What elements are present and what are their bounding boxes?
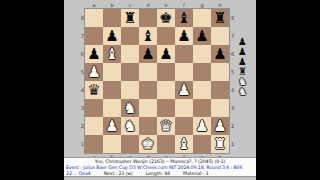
- square-e4[interactable]: [157, 81, 175, 99]
- rank-label-5: 5: [78, 63, 84, 81]
- white-knight: ♞: [123, 99, 136, 117]
- square-b5[interactable]: [103, 63, 121, 81]
- square-g1[interactable]: [193, 135, 211, 153]
- white-rook: ♜: [213, 135, 226, 153]
- square-h2[interactable]: ♟: [211, 117, 229, 135]
- square-h5[interactable]: [211, 63, 229, 81]
- square-f3[interactable]: [175, 99, 193, 117]
- file-label-h: h: [211, 2, 229, 8]
- square-e7[interactable]: [157, 27, 175, 45]
- square-d1[interactable]: ♚: [139, 135, 157, 153]
- white-pawn: ♟: [195, 117, 208, 135]
- square-f2[interactable]: [175, 117, 193, 135]
- square-c6[interactable]: [121, 45, 139, 63]
- rank-label-3: 3: [231, 99, 237, 117]
- square-b4[interactable]: [103, 81, 121, 99]
- last-move-label: 22 ... Qxa4: [66, 171, 91, 177]
- square-d7[interactable]: ♝: [139, 27, 157, 45]
- black-pawn: ♟: [177, 27, 190, 45]
- square-f1[interactable]: ♝: [175, 135, 193, 153]
- rank-label-1: 1: [78, 135, 84, 153]
- square-g3[interactable]: [193, 99, 211, 117]
- square-f6[interactable]: [175, 45, 193, 63]
- white-pawn: ♟: [177, 81, 190, 99]
- square-d6[interactable]: ♟: [139, 45, 157, 63]
- rank-label-4: 4: [78, 81, 84, 99]
- rank-label-6: 6: [78, 45, 84, 63]
- square-f5[interactable]: [175, 63, 193, 81]
- square-a4[interactable]: ♛: [85, 81, 103, 99]
- square-d5[interactable]: [139, 63, 157, 81]
- square-c5[interactable]: [121, 63, 139, 81]
- square-f7[interactable]: ♟: [175, 27, 193, 45]
- file-labels-top: abcdefgh: [85, 2, 229, 8]
- square-f8[interactable]: ♝: [175, 9, 193, 27]
- square-e6[interactable]: ♟: [157, 45, 175, 63]
- square-a1[interactable]: [85, 135, 103, 153]
- square-h4[interactable]: [211, 81, 229, 99]
- file-label-g: g: [193, 2, 211, 8]
- rank-label-8: 8: [231, 9, 237, 27]
- rank-label-8: 8: [78, 9, 84, 27]
- white-queen: ♛: [159, 117, 172, 135]
- black-bishop: ♝: [177, 9, 190, 27]
- white-bishop: ♝: [177, 135, 190, 153]
- square-c2[interactable]: ♞: [121, 117, 139, 135]
- black-queen: ♛: [87, 81, 100, 99]
- square-d8[interactable]: [139, 9, 157, 27]
- black-king: ♚: [159, 9, 172, 27]
- square-e1[interactable]: [157, 135, 175, 153]
- square-h8[interactable]: ♜: [211, 9, 229, 27]
- square-d2[interactable]: [139, 117, 157, 135]
- white-knight: ♞: [123, 117, 136, 135]
- black-pawn: ♟: [87, 45, 100, 63]
- file-label-d: d: [139, 2, 157, 8]
- length-label: Length: 44: [146, 171, 170, 177]
- white-pawn: ♟: [105, 117, 118, 135]
- square-f4[interactable]: ♟: [175, 81, 193, 99]
- square-g7[interactable]: ♟: [193, 27, 211, 45]
- square-h6[interactable]: ♟: [211, 45, 229, 63]
- square-e2[interactable]: ♛: [157, 117, 175, 135]
- rank-label-3: 3: [78, 99, 84, 117]
- square-b1[interactable]: [103, 135, 121, 153]
- square-b7[interactable]: ♟: [103, 27, 121, 45]
- white-bishop: ♝: [105, 45, 118, 63]
- square-b6[interactable]: ♝: [103, 45, 121, 63]
- square-a3[interactable]: [85, 99, 103, 117]
- square-b3[interactable]: [103, 99, 121, 117]
- file-label-a: a: [85, 2, 103, 8]
- square-b8[interactable]: [103, 9, 121, 27]
- move-status-line: 22 ... Qxa4 Next : 23 (w) Length: 44 Mat…: [64, 171, 256, 177]
- file-label-b: b: [103, 2, 121, 8]
- square-e8[interactable]: ♚: [157, 9, 175, 27]
- square-a7[interactable]: [85, 27, 103, 45]
- black-rook: ♜: [213, 9, 226, 27]
- rank-label-2: 2: [78, 117, 84, 135]
- square-g6[interactable]: [193, 45, 211, 63]
- file-label-c: c: [121, 2, 139, 8]
- square-d3[interactable]: [139, 99, 157, 117]
- square-c3[interactable]: ♞: [121, 99, 139, 117]
- captured-material-column: ♟♟♟♜♞♞: [236, 37, 249, 97]
- square-c1[interactable]: [121, 135, 139, 153]
- white-pawn: ♟: [87, 63, 100, 81]
- square-a2[interactable]: [85, 117, 103, 135]
- square-h3[interactable]: [211, 99, 229, 117]
- letterbox-left: [0, 0, 64, 180]
- black-bishop: ♝: [141, 27, 154, 45]
- square-c4[interactable]: [121, 81, 139, 99]
- square-e5[interactable]: [157, 63, 175, 81]
- material-label: Material: -1: [183, 171, 209, 177]
- square-d4[interactable]: [139, 81, 157, 99]
- square-g2[interactable]: ♟: [193, 117, 211, 135]
- black-pawn: ♟: [213, 45, 226, 63]
- next-move-label: Next : 23 (w): [104, 171, 133, 177]
- black-pawn: ♟: [195, 27, 208, 45]
- rank-label-1: 1: [231, 135, 237, 153]
- square-c7[interactable]: [121, 27, 139, 45]
- rank-labels-left: 87654321: [78, 9, 84, 153]
- square-c8[interactable]: ♜: [121, 9, 139, 27]
- white-pawn: ♟: [213, 117, 226, 135]
- captured-black-loss-knight: ♞: [238, 87, 247, 97]
- square-a8[interactable]: [85, 9, 103, 27]
- file-label-f: f: [175, 2, 193, 8]
- square-g5[interactable]: [193, 63, 211, 81]
- square-h7[interactable]: [211, 27, 229, 45]
- chess-board: ♜♚♝♜♟♝♟♟♟♝♟♟♟♟♛♟♞♟♞♛♟♟♚♝♜: [85, 9, 229, 153]
- white-king: ♚: [141, 135, 154, 153]
- file-label-e: e: [157, 2, 175, 8]
- black-pawn: ♟: [141, 45, 154, 63]
- square-h1[interactable]: ♜: [211, 135, 229, 153]
- black-pawn: ♟: [105, 27, 118, 45]
- square-g8[interactable]: [193, 9, 211, 27]
- rank-label-7: 7: [78, 27, 84, 45]
- square-b2[interactable]: ♟: [103, 117, 121, 135]
- square-a6[interactable]: ♟: [85, 45, 103, 63]
- square-a5[interactable]: ♟: [85, 63, 103, 81]
- square-e3[interactable]: [157, 99, 175, 117]
- rank-label-2: 2: [231, 117, 237, 135]
- square-g4[interactable]: [193, 81, 211, 99]
- game-info-pane: Yoo, Christopher Woojin (2163) -- Maresc…: [64, 157, 256, 177]
- letterbox-right: [256, 0, 320, 180]
- black-rook: ♜: [123, 9, 136, 27]
- black-pawn: ♟: [159, 45, 172, 63]
